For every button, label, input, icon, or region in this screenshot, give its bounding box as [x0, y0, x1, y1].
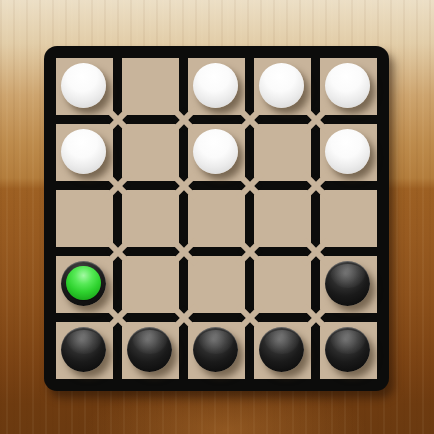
white-piece[interactable]: [259, 63, 304, 108]
white-piece[interactable]: [325, 63, 370, 108]
white-piece[interactable]: [61, 63, 106, 108]
white-piece[interactable]: [193, 129, 238, 174]
black-piece[interactable]: [61, 327, 106, 372]
black-piece[interactable]: [127, 327, 172, 372]
white-piece[interactable]: [325, 129, 370, 174]
black-piece[interactable]: [325, 261, 370, 306]
white-piece[interactable]: [193, 63, 238, 108]
black-piece[interactable]: [193, 327, 238, 372]
selected-black-piece[interactable]: [61, 261, 106, 306]
black-piece[interactable]: [325, 327, 370, 372]
game-board: [44, 46, 389, 391]
black-piece[interactable]: [259, 327, 304, 372]
white-piece[interactable]: [61, 129, 106, 174]
